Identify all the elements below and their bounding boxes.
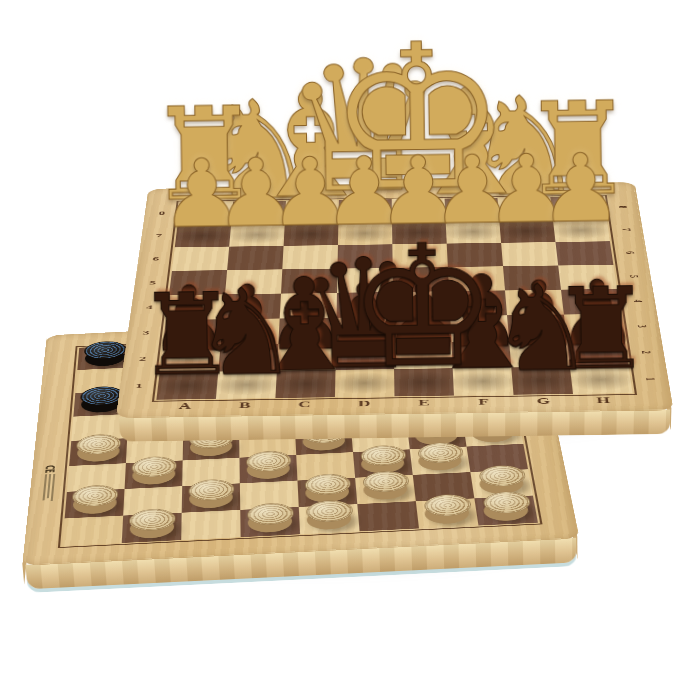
ce-fine-print-line	[47, 474, 51, 498]
ce-mark-icon: CE	[43, 465, 59, 473]
file-label-b: B	[215, 401, 275, 411]
file-label-f: F	[454, 397, 514, 407]
rank-label-left-7: 7	[149, 232, 169, 240]
chess-board-scene: ABCDEFGH8765432187654321 ♜♞♝♛♚♝♞♜♟♟♟♟♟♟♟…	[133, 32, 653, 552]
ce-fine-print-line	[42, 475, 47, 501]
rank-label-left-6: 6	[145, 255, 166, 263]
ce-certification-block: CE	[33, 464, 64, 508]
rank-label-right-7: 7	[616, 225, 635, 233]
file-label-h: H	[573, 396, 634, 406]
rank-label-right-6: 6	[620, 248, 639, 257]
knight-glyph: ♞	[435, 271, 648, 386]
file-label-c: C	[275, 400, 335, 410]
ce-fine-print-line	[51, 474, 56, 501]
chess-board: ABCDEFGH8765432187654321 ♜♞♝♛♚♝♞♜♟♟♟♟♟♟♟…	[116, 182, 674, 418]
product-photo-stage: CE ABCDEFGH8765432187654321 ♜♞♝♛♚♝♞♜♟♟♟♟…	[0, 0, 700, 700]
file-label-e: E	[394, 398, 454, 408]
checkers-square-r7c0	[62, 516, 123, 546]
file-label-a: A	[155, 401, 216, 411]
file-label-g: G	[514, 396, 575, 406]
rank-label-right-8: 8	[613, 203, 631, 211]
ce-fine-print-lines	[42, 474, 55, 502]
knight-glyph: ♞	[139, 275, 352, 390]
file-label-d: D	[335, 399, 395, 409]
rank-label-left-8: 8	[152, 210, 172, 217]
